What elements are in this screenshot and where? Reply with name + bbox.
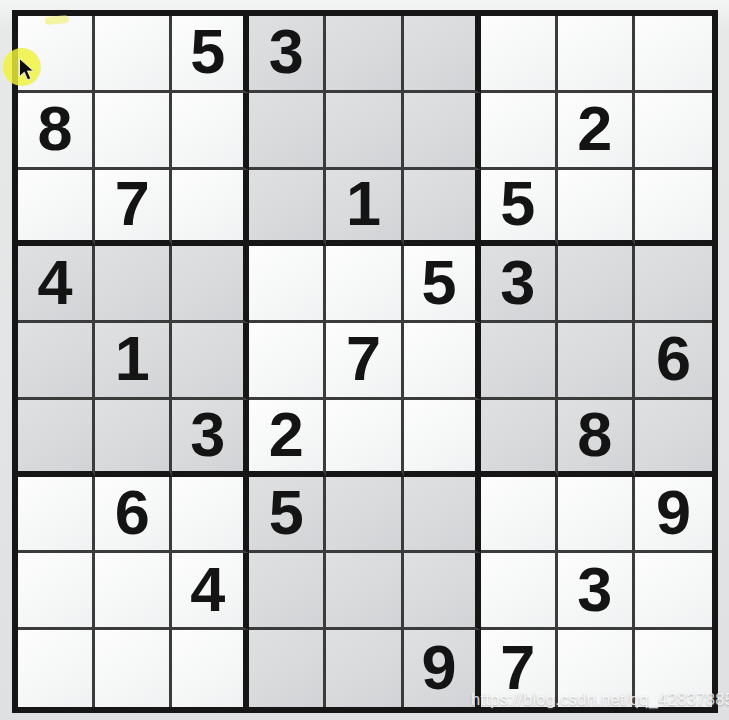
sudoku-cell-r8c3[interactable]: 4 (172, 553, 249, 630)
sudoku-cell-r4c9[interactable] (635, 246, 712, 323)
sudoku-cell-r8c6[interactable] (404, 553, 481, 630)
sudoku-cell-r1c5[interactable] (326, 16, 403, 93)
sudoku-cell-r1c3[interactable]: 5 (172, 16, 249, 93)
given-digit: 6 (115, 481, 150, 544)
given-digit: 1 (346, 172, 381, 235)
sudoku-cell-r6c9[interactable] (635, 400, 712, 477)
sudoku-cell-r6c2[interactable] (95, 400, 172, 477)
sudoku-cell-r3c9[interactable] (635, 170, 712, 247)
given-digit: 2 (577, 97, 612, 160)
sudoku-cell-r7c7[interactable] (481, 477, 558, 554)
given-digit: 5 (500, 172, 535, 235)
sudoku-cell-r3c5[interactable]: 1 (326, 170, 403, 247)
sudoku-cell-r6c6[interactable] (404, 400, 481, 477)
given-digit: 3 (269, 20, 304, 83)
sudoku-cell-r6c7[interactable] (481, 400, 558, 477)
given-digit: 5 (269, 481, 304, 544)
sudoku-cell-r5c2[interactable]: 1 (95, 323, 172, 400)
given-digit: 7 (346, 327, 381, 390)
sudoku-cell-r7c8[interactable] (558, 477, 635, 554)
sudoku-cell-r2c6[interactable] (404, 93, 481, 170)
sudoku-cell-r8c8[interactable]: 3 (558, 553, 635, 630)
sudoku-cell-r4c8[interactable] (558, 246, 635, 323)
sudoku-cell-r3c1[interactable] (18, 170, 95, 247)
given-digit: 8 (577, 403, 612, 466)
sudoku-cell-r7c5[interactable] (326, 477, 403, 554)
sudoku-cell-r2c9[interactable] (635, 93, 712, 170)
sudoku-cell-r2c7[interactable] (481, 93, 558, 170)
watermark-url: https://blog.csdn.net/qq_42837885 (471, 690, 729, 709)
sudoku-cell-r7c2[interactable]: 6 (95, 477, 172, 554)
sudoku-cell-r6c4[interactable]: 2 (249, 400, 326, 477)
sudoku-cell-r6c8[interactable]: 8 (558, 400, 635, 477)
sudoku-cell-r2c5[interactable] (326, 93, 403, 170)
sudoku-cell-r7c4[interactable]: 5 (249, 477, 326, 554)
sudoku-cell-r5c9[interactable]: 6 (635, 323, 712, 400)
given-digit: 5 (190, 20, 225, 83)
screen: 53827154531763286594397 https://blog.csd… (0, 0, 729, 720)
sudoku-board: 53827154531763286594397 (12, 10, 718, 713)
sudoku-cell-r6c1[interactable] (18, 400, 95, 477)
sudoku-cell-r3c3[interactable] (172, 170, 249, 247)
sudoku-cell-r6c5[interactable] (326, 400, 403, 477)
given-digit: 4 (190, 558, 225, 621)
sudoku-cell-r2c8[interactable]: 2 (558, 93, 635, 170)
sudoku-cell-r3c8[interactable] (558, 170, 635, 247)
sudoku-cell-r2c1[interactable]: 8 (18, 93, 95, 170)
sudoku-cell-r9c5[interactable] (326, 630, 403, 707)
sudoku-cell-r9c2[interactable] (95, 630, 172, 707)
sudoku-cell-r1c6[interactable] (404, 16, 481, 93)
sudoku-cell-r3c2[interactable]: 7 (95, 170, 172, 247)
sudoku-cell-r4c3[interactable] (172, 246, 249, 323)
sudoku-cell-r4c7[interactable]: 3 (481, 246, 558, 323)
sudoku-cell-r5c1[interactable] (18, 323, 95, 400)
given-digit: 3 (190, 403, 225, 466)
sudoku-cell-r3c7[interactable]: 5 (481, 170, 558, 247)
given-digit: 9 (656, 481, 691, 544)
sudoku-cell-r9c1[interactable] (18, 630, 95, 707)
given-digit: 9 (422, 636, 457, 699)
sudoku-cell-r2c2[interactable] (95, 93, 172, 170)
sudoku-cell-r7c3[interactable] (172, 477, 249, 554)
sudoku-cell-r8c7[interactable] (481, 553, 558, 630)
sudoku-cell-r4c2[interactable] (95, 246, 172, 323)
sudoku-cell-r3c4[interactable] (249, 170, 326, 247)
sudoku-cell-r7c1[interactable] (18, 477, 95, 554)
given-digit: 2 (269, 403, 304, 466)
sudoku-cell-r5c8[interactable] (558, 323, 635, 400)
sudoku-cell-r1c9[interactable] (635, 16, 712, 93)
sudoku-cell-r2c4[interactable] (249, 93, 326, 170)
sudoku-cell-r4c1[interactable]: 4 (18, 246, 95, 323)
sudoku-cell-r9c3[interactable] (172, 630, 249, 707)
sudoku-cell-r2c3[interactable] (172, 93, 249, 170)
given-digit: 6 (656, 327, 691, 390)
sudoku-cell-r8c1[interactable] (18, 553, 95, 630)
sudoku-cell-r8c4[interactable] (249, 553, 326, 630)
sudoku-cell-r5c3[interactable] (172, 323, 249, 400)
sudoku-cell-r4c4[interactable] (249, 246, 326, 323)
sudoku-cell-r9c4[interactable] (249, 630, 326, 707)
given-digit: 5 (422, 251, 457, 314)
given-digit: 3 (500, 251, 535, 314)
given-digit: 4 (38, 251, 73, 314)
given-digit: 7 (115, 172, 150, 235)
sudoku-cell-r5c6[interactable] (404, 323, 481, 400)
mouse-pointer-icon (18, 58, 36, 83)
sudoku-cell-r4c5[interactable] (326, 246, 403, 323)
sudoku-cell-r7c6[interactable] (404, 477, 481, 554)
sudoku-cell-r1c7[interactable] (481, 16, 558, 93)
given-digit: 1 (115, 327, 150, 390)
given-digit: 8 (38, 97, 73, 160)
given-digit: 3 (577, 558, 612, 621)
sudoku-cell-r3c6[interactable] (404, 170, 481, 247)
sudoku-cell-r4c6[interactable]: 5 (404, 246, 481, 323)
sudoku-cell-r5c4[interactable] (249, 323, 326, 400)
sudoku-cell-r8c2[interactable] (95, 553, 172, 630)
sudoku-cell-r7c9[interactable]: 9 (635, 477, 712, 554)
sudoku-cell-r8c5[interactable] (326, 553, 403, 630)
sudoku-cell-r1c2[interactable] (95, 16, 172, 93)
sudoku-cell-r9c6[interactable]: 9 (404, 630, 481, 707)
sudoku-cell-r1c8[interactable] (558, 16, 635, 93)
sudoku-cell-r6c3[interactable]: 3 (172, 400, 249, 477)
sudoku-cell-r1c4[interactable]: 3 (249, 16, 326, 93)
sudoku-cell-r5c5[interactable]: 7 (326, 323, 403, 400)
sudoku-cell-r5c7[interactable] (481, 323, 558, 400)
sudoku-cell-r8c9[interactable] (635, 553, 712, 630)
